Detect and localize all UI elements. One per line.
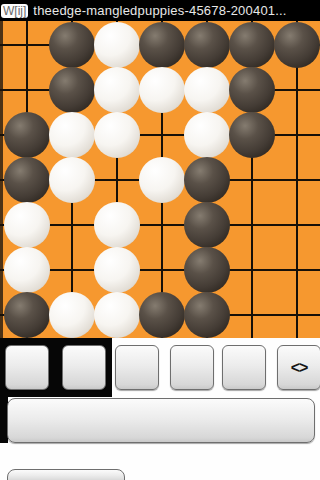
app-window: W[ij] theedge-mangledpuppies-45678-20040… bbox=[0, 0, 320, 480]
black-stone bbox=[229, 112, 275, 158]
white-stone bbox=[94, 67, 140, 113]
black-stone bbox=[184, 292, 230, 338]
window-title: theedge-mangledpuppies-45678-200401... bbox=[33, 3, 286, 18]
nav-button-2[interactable] bbox=[62, 345, 106, 390]
white-stone bbox=[94, 247, 140, 293]
black-stone bbox=[139, 22, 185, 68]
action-button[interactable] bbox=[7, 398, 315, 443]
title-bar: W[ij] theedge-mangledpuppies-45678-20040… bbox=[0, 0, 320, 21]
black-stone bbox=[184, 247, 230, 293]
black-stone bbox=[274, 22, 320, 68]
white-stone bbox=[94, 112, 140, 158]
white-stone bbox=[94, 202, 140, 248]
nav-button-3[interactable] bbox=[115, 345, 159, 390]
black-stone bbox=[184, 22, 230, 68]
white-stone bbox=[49, 112, 95, 158]
white-stone bbox=[94, 22, 140, 68]
nav-button-4[interactable] bbox=[170, 345, 214, 390]
black-stone bbox=[49, 67, 95, 113]
nav-button-1[interactable] bbox=[5, 345, 49, 390]
white-stone bbox=[184, 67, 230, 113]
white-stone bbox=[184, 112, 230, 158]
white-stone bbox=[94, 292, 140, 338]
black-stone bbox=[4, 157, 50, 203]
black-stone bbox=[229, 22, 275, 68]
black-stone bbox=[4, 112, 50, 158]
status-badge: W[ij] bbox=[1, 4, 28, 18]
partial-bottom-button[interactable] bbox=[7, 469, 125, 480]
black-stone bbox=[184, 202, 230, 248]
black-stone bbox=[229, 67, 275, 113]
white-stone bbox=[49, 292, 95, 338]
black-stone bbox=[4, 292, 50, 338]
white-stone bbox=[4, 247, 50, 293]
white-stone bbox=[49, 157, 95, 203]
white-stone bbox=[4, 202, 50, 248]
white-stone bbox=[139, 157, 185, 203]
go-board[interactable] bbox=[0, 21, 320, 338]
white-stone bbox=[139, 67, 185, 113]
black-stone bbox=[184, 157, 230, 203]
black-stone bbox=[49, 22, 95, 68]
nav-button-5[interactable] bbox=[222, 345, 266, 390]
prev-next-button[interactable]: <> bbox=[277, 345, 320, 390]
black-stone bbox=[139, 292, 185, 338]
control-panel: <> bbox=[0, 338, 320, 480]
